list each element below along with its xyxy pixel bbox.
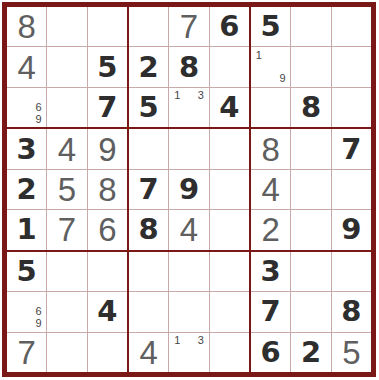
cell-r9c3[interactable] xyxy=(88,333,127,372)
solved-digit: 2 xyxy=(301,338,321,367)
cell-r7c6[interactable] xyxy=(210,252,249,291)
cell-r9c4[interactable]: 4 xyxy=(129,333,168,372)
cell-r3c7[interactable] xyxy=(251,88,290,127)
cell-r5c3[interactable]: 8 xyxy=(88,170,127,209)
cell-r8c9[interactable]: 8 xyxy=(332,292,371,331)
given-digit: 5 xyxy=(342,336,360,369)
cell-r4c8[interactable] xyxy=(291,129,330,168)
cell-r3c1[interactable]: 69 xyxy=(7,88,46,127)
cell-r7c3[interactable] xyxy=(88,252,127,291)
solved-digit: 7 xyxy=(139,175,159,204)
cell-r9c5[interactable]: 13 xyxy=(169,333,208,372)
pencil-mark-3: 3 xyxy=(195,90,207,102)
cell-r5c2[interactable]: 5 xyxy=(47,170,86,209)
solved-digit: 5 xyxy=(17,257,37,286)
solved-digit: 6 xyxy=(261,338,281,367)
cell-r6c5[interactable]: 4 xyxy=(169,210,208,249)
solved-digit: 9 xyxy=(341,215,361,244)
given-digit: 4 xyxy=(58,133,76,166)
solved-digit: 3 xyxy=(17,135,37,164)
cell-r6c6[interactable] xyxy=(210,210,249,249)
given-digit: 4 xyxy=(180,213,198,246)
cell-r2c7[interactable]: 19 xyxy=(251,47,290,86)
cell-r7c2[interactable] xyxy=(47,252,86,291)
solved-digit: 5 xyxy=(261,12,281,41)
cell-r1c8[interactable] xyxy=(291,7,330,46)
given-digit: 9 xyxy=(98,133,116,166)
pencil-mark-9: 9 xyxy=(33,114,45,126)
cell-r2c5[interactable]: 8 xyxy=(169,47,208,86)
cell-r3c5[interactable]: 13 xyxy=(169,88,208,127)
given-digit: 8 xyxy=(98,173,116,206)
sudoku-board: 8456977628513451983492581767984874295694… xyxy=(2,2,376,377)
solved-digit: 7 xyxy=(341,135,361,164)
cell-r4c3[interactable]: 9 xyxy=(88,129,127,168)
cell-r4c7[interactable]: 8 xyxy=(251,129,290,168)
cell-r1c2[interactable] xyxy=(47,7,86,46)
given-digit: 7 xyxy=(180,10,198,43)
cell-r5c5[interactable]: 9 xyxy=(169,170,208,209)
cell-r1c9[interactable] xyxy=(332,7,371,46)
given-digit: 6 xyxy=(98,213,116,246)
given-digit: 8 xyxy=(261,133,279,166)
given-digit: 5 xyxy=(58,173,76,206)
solved-digit: 8 xyxy=(301,93,321,122)
cell-r3c9[interactable] xyxy=(332,88,371,127)
cell-r6c1[interactable]: 1 xyxy=(7,210,46,249)
cell-r7c1[interactable]: 5 xyxy=(7,252,46,291)
solved-digit: 1 xyxy=(17,215,37,244)
cell-r2c9[interactable] xyxy=(332,47,371,86)
pencil-grid: 13 xyxy=(171,335,206,370)
cell-r8c1[interactable]: 69 xyxy=(7,292,46,331)
cell-r4c6[interactable] xyxy=(210,129,249,168)
pencil-mark-3: 3 xyxy=(195,335,207,347)
solved-digit: 8 xyxy=(139,215,159,244)
pencil-grid: 69 xyxy=(9,294,44,329)
pencil-mark-9: 9 xyxy=(277,73,289,85)
cell-r3c6[interactable]: 4 xyxy=(210,88,249,127)
cell-r8c6[interactable] xyxy=(210,292,249,331)
cell-r5c7[interactable]: 4 xyxy=(251,170,290,209)
cell-r8c7[interactable]: 7 xyxy=(251,292,290,331)
given-digit: 7 xyxy=(58,213,76,246)
pencil-mark-6: 6 xyxy=(33,102,45,114)
cell-r6c8[interactable] xyxy=(291,210,330,249)
cell-r9c8[interactable]: 2 xyxy=(291,333,330,372)
given-digit: 2 xyxy=(261,213,279,246)
cell-r8c2[interactable] xyxy=(47,292,86,331)
solved-digit: 2 xyxy=(17,175,37,204)
pencil-grid: 69 xyxy=(9,90,44,125)
box-2-1: 349258176 xyxy=(6,128,128,250)
cell-r1c7[interactable]: 5 xyxy=(251,7,290,46)
cell-r3c4[interactable]: 5 xyxy=(129,88,168,127)
solved-digit: 6 xyxy=(219,12,239,41)
pencil-grid: 13 xyxy=(171,90,206,125)
pencil-mark-6: 6 xyxy=(33,306,45,318)
pencil-mark-1: 1 xyxy=(171,90,183,102)
cell-r9c7[interactable]: 6 xyxy=(251,333,290,372)
cell-r6c9[interactable]: 9 xyxy=(332,210,371,249)
given-digit: 8 xyxy=(17,10,35,43)
cell-r2c6[interactable] xyxy=(210,47,249,86)
cell-r2c8[interactable] xyxy=(291,47,330,86)
solved-digit: 4 xyxy=(219,93,239,122)
cell-r8c5[interactable] xyxy=(169,292,208,331)
cell-r2c4[interactable]: 2 xyxy=(129,47,168,86)
cell-r8c4[interactable] xyxy=(129,292,168,331)
cell-r1c3[interactable] xyxy=(88,7,127,46)
solved-digit: 2 xyxy=(139,53,159,82)
box-3-2: 413 xyxy=(128,251,250,373)
cell-r8c8[interactable] xyxy=(291,292,330,331)
box-1-3: 5198 xyxy=(250,6,372,128)
cell-r3c2[interactable] xyxy=(47,88,86,127)
cell-r7c9[interactable] xyxy=(332,252,371,291)
cell-r1c1[interactable]: 8 xyxy=(7,7,46,46)
box-2-2: 7984 xyxy=(128,128,250,250)
pencil-grid xyxy=(253,90,288,125)
cell-r4c9[interactable]: 7 xyxy=(332,129,371,168)
cell-r6c2[interactable]: 7 xyxy=(47,210,86,249)
cell-r2c1[interactable]: 4 xyxy=(7,47,46,86)
cell-r1c4[interactable] xyxy=(129,7,168,46)
pencil-mark-1: 1 xyxy=(253,49,265,61)
cell-r5c1[interactable]: 2 xyxy=(7,170,46,209)
cell-r7c5[interactable] xyxy=(169,252,208,291)
box-3-1: 56947 xyxy=(6,251,128,373)
cell-r9c9[interactable]: 5 xyxy=(332,333,371,372)
solved-digit: 3 xyxy=(261,257,281,286)
box-1-1: 845697 xyxy=(6,6,128,128)
cell-r9c1[interactable]: 7 xyxy=(7,333,46,372)
given-digit: 4 xyxy=(17,51,35,84)
cell-r4c1[interactable]: 3 xyxy=(7,129,46,168)
cell-r4c2[interactable]: 4 xyxy=(47,129,86,168)
pencil-mark-9: 9 xyxy=(33,318,45,330)
cell-r9c6[interactable] xyxy=(210,333,249,372)
solved-digit: 5 xyxy=(139,93,159,122)
solved-digit: 4 xyxy=(97,297,117,326)
cell-r6c3[interactable]: 6 xyxy=(88,210,127,249)
solved-digit: 5 xyxy=(97,53,117,82)
cell-r3c8[interactable]: 8 xyxy=(291,88,330,127)
cell-r4c5[interactable] xyxy=(169,129,208,168)
cell-r1c5[interactable]: 7 xyxy=(169,7,208,46)
box-3-3: 378625 xyxy=(250,251,372,373)
cell-r2c3[interactable]: 5 xyxy=(88,47,127,86)
cell-r4c4[interactable] xyxy=(129,129,168,168)
given-digit: 4 xyxy=(139,336,157,369)
box-1-2: 76285134 xyxy=(128,6,250,128)
cell-r7c7[interactable]: 3 xyxy=(251,252,290,291)
cell-r6c4[interactable]: 8 xyxy=(129,210,168,249)
cell-r5c6[interactable] xyxy=(210,170,249,209)
cell-r9c2[interactable] xyxy=(47,333,86,372)
cell-r6c7[interactable]: 2 xyxy=(251,210,290,249)
cell-r1c6[interactable]: 6 xyxy=(210,7,249,46)
solved-digit: 7 xyxy=(97,93,117,122)
pencil-mark-1: 1 xyxy=(171,335,183,347)
cell-r2c2[interactable] xyxy=(47,47,86,86)
cell-r5c8[interactable] xyxy=(291,170,330,209)
solved-digit: 8 xyxy=(179,53,199,82)
box-2-3: 87429 xyxy=(250,128,372,250)
pencil-grid: 19 xyxy=(253,49,288,84)
cell-r5c4[interactable]: 7 xyxy=(129,170,168,209)
cell-r3c3[interactable]: 7 xyxy=(88,88,127,127)
solved-digit: 7 xyxy=(261,297,281,326)
given-digit: 7 xyxy=(17,336,35,369)
cell-r7c8[interactable] xyxy=(291,252,330,291)
cell-r7c4[interactable] xyxy=(129,252,168,291)
cell-r8c3[interactable]: 4 xyxy=(88,292,127,331)
given-digit: 4 xyxy=(261,173,279,206)
solved-digit: 8 xyxy=(341,297,361,326)
solved-digit: 9 xyxy=(179,175,199,204)
cell-r5c9[interactable] xyxy=(332,170,371,209)
